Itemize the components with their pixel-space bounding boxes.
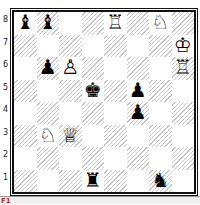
black-rook: ♜: [84, 170, 102, 190]
square-d4[interactable]: [82, 102, 105, 125]
square-e7[interactable]: [104, 35, 127, 58]
square-b1[interactable]: [37, 170, 60, 193]
square-h8[interactable]: [172, 12, 195, 35]
square-f8[interactable]: [127, 12, 150, 35]
square-f5[interactable]: ♟: [127, 80, 150, 103]
white-rook: ♖: [106, 12, 124, 32]
square-d7[interactable]: [82, 35, 105, 58]
square-c1[interactable]: [59, 170, 82, 193]
white-pawn: ♙: [61, 57, 79, 77]
square-f1[interactable]: [127, 170, 150, 193]
square-g2[interactable]: [149, 147, 172, 170]
caption-text: F1: [0, 197, 11, 205]
square-d1[interactable]: ♜: [82, 170, 105, 193]
chess-board: ♝♝♖♘♔♟♙♖♚♟♟♘♕♜♞: [12, 10, 196, 194]
square-c6[interactable]: ♙: [59, 57, 82, 80]
square-h5[interactable]: [172, 80, 195, 103]
square-f3[interactable]: [127, 125, 150, 148]
square-c7[interactable]: [59, 35, 82, 58]
white-king: ♔: [174, 35, 192, 55]
square-d5[interactable]: ♚: [82, 80, 105, 103]
square-e3[interactable]: [104, 125, 127, 148]
white-queen: ♕: [61, 125, 79, 145]
caption-bar: F1: [0, 196, 200, 204]
rank-label-7: 7: [0, 32, 9, 55]
square-g4[interactable]: [149, 102, 172, 125]
square-b5[interactable]: [37, 80, 60, 103]
square-d6[interactable]: [82, 57, 105, 80]
square-d2[interactable]: [82, 147, 105, 170]
square-g5[interactable]: [149, 80, 172, 103]
square-c3[interactable]: ♕: [59, 125, 82, 148]
square-c8[interactable]: [59, 12, 82, 35]
black-bishop: ♝: [16, 12, 34, 32]
rank-label-8: 8: [0, 9, 9, 32]
square-g3[interactable]: [149, 125, 172, 148]
square-e6[interactable]: [104, 57, 127, 80]
square-e8[interactable]: ♖: [104, 12, 127, 35]
square-g8[interactable]: ♘: [149, 12, 172, 35]
square-d8[interactable]: [82, 12, 105, 35]
black-bishop: ♝: [39, 12, 57, 32]
square-h1[interactable]: [172, 170, 195, 193]
square-f7[interactable]: [127, 35, 150, 58]
black-knight: ♞: [151, 170, 169, 190]
square-b8[interactable]: ♝: [37, 12, 60, 35]
square-b4[interactable]: [37, 102, 60, 125]
white-rook: ♖: [174, 57, 192, 77]
square-f4[interactable]: ♟: [127, 102, 150, 125]
square-f6[interactable]: [127, 57, 150, 80]
square-a8[interactable]: ♝: [14, 12, 37, 35]
square-c5[interactable]: [59, 80, 82, 103]
square-b6[interactable]: ♟: [37, 57, 60, 80]
square-e4[interactable]: [104, 102, 127, 125]
rank-label-column: 87654321: [0, 9, 9, 189]
square-a3[interactable]: [14, 125, 37, 148]
white-knight: ♘: [151, 12, 169, 32]
square-b2[interactable]: [37, 147, 60, 170]
square-a2[interactable]: [14, 147, 37, 170]
white-knight: ♘: [39, 125, 57, 145]
square-h4[interactable]: [172, 102, 195, 125]
square-g1[interactable]: ♞: [149, 170, 172, 193]
rank-label-6: 6: [0, 54, 9, 77]
square-d3[interactable]: [82, 125, 105, 148]
rank-label-1: 1: [0, 167, 9, 190]
square-c2[interactable]: [59, 147, 82, 170]
rank-label-4: 4: [0, 99, 9, 122]
square-e2[interactable]: [104, 147, 127, 170]
rank-label-2: 2: [0, 144, 9, 167]
square-c4[interactable]: [59, 102, 82, 125]
square-b7[interactable]: [37, 35, 60, 58]
square-a6[interactable]: [14, 57, 37, 80]
black-pawn: ♟: [129, 102, 147, 122]
square-g6[interactable]: [149, 57, 172, 80]
square-h7[interactable]: ♔: [172, 35, 195, 58]
square-h3[interactable]: [172, 125, 195, 148]
rank-label-3: 3: [0, 122, 9, 145]
square-h6[interactable]: ♖: [172, 57, 195, 80]
square-e1[interactable]: [104, 170, 127, 193]
square-a7[interactable]: [14, 35, 37, 58]
black-pawn: ♟: [129, 80, 147, 100]
rank-label-5: 5: [0, 77, 9, 100]
square-a5[interactable]: [14, 80, 37, 103]
square-h2[interactable]: [172, 147, 195, 170]
square-f2[interactable]: [127, 147, 150, 170]
square-g7[interactable]: [149, 35, 172, 58]
black-pawn: ♟: [39, 57, 57, 77]
square-b3[interactable]: ♘: [37, 125, 60, 148]
square-e5[interactable]: [104, 80, 127, 103]
square-a4[interactable]: [14, 102, 37, 125]
black-king: ♚: [84, 80, 102, 100]
square-a1[interactable]: [14, 170, 37, 193]
